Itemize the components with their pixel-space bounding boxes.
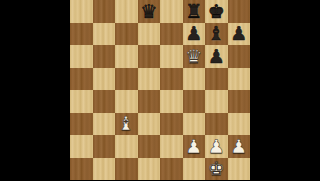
black-king[interactable]: ♚ xyxy=(208,1,225,20)
square-f7[interactable]: ♟ xyxy=(183,23,206,46)
square-e2[interactable] xyxy=(160,135,183,158)
square-g2[interactable]: ♟ xyxy=(205,135,228,158)
square-d5[interactable] xyxy=(138,68,161,91)
square-b2[interactable] xyxy=(93,135,116,158)
square-d2[interactable] xyxy=(138,135,161,158)
square-b7[interactable] xyxy=(93,23,116,46)
square-a1[interactable] xyxy=(70,158,93,181)
square-h8[interactable] xyxy=(228,0,251,23)
square-b4[interactable] xyxy=(93,90,116,113)
letterbox-left xyxy=(0,0,70,180)
square-c7[interactable] xyxy=(115,23,138,46)
black-pawn[interactable]: ♟ xyxy=(230,24,247,43)
square-h5[interactable] xyxy=(228,68,251,91)
square-c1[interactable] xyxy=(115,158,138,181)
square-d1[interactable] xyxy=(138,158,161,181)
square-e4[interactable] xyxy=(160,90,183,113)
square-a7[interactable] xyxy=(70,23,93,46)
square-g5[interactable] xyxy=(205,68,228,91)
letterbox-right xyxy=(250,0,320,180)
square-c6[interactable] xyxy=(115,45,138,68)
square-b5[interactable] xyxy=(93,68,116,91)
square-a3[interactable] xyxy=(70,113,93,136)
white-bishop[interactable]: ♝ xyxy=(118,114,135,133)
chess-board[interactable]: ♛♜♚♟♝♟♛♟♝♟♟♟♚ xyxy=(70,0,250,180)
square-f3[interactable] xyxy=(183,113,206,136)
square-c8[interactable] xyxy=(115,0,138,23)
square-e7[interactable] xyxy=(160,23,183,46)
black-rook[interactable]: ♜ xyxy=(185,1,202,20)
square-g7[interactable]: ♝ xyxy=(205,23,228,46)
square-d8[interactable]: ♛ xyxy=(138,0,161,23)
square-h7[interactable]: ♟ xyxy=(228,23,251,46)
square-d3[interactable] xyxy=(138,113,161,136)
square-g1[interactable]: ♚ xyxy=(205,158,228,181)
white-queen[interactable]: ♛ xyxy=(185,46,202,65)
square-g6[interactable]: ♟ xyxy=(205,45,228,68)
square-f2[interactable]: ♟ xyxy=(183,135,206,158)
square-e3[interactable] xyxy=(160,113,183,136)
square-g3[interactable] xyxy=(205,113,228,136)
square-e6[interactable] xyxy=(160,45,183,68)
square-f6[interactable]: ♛ xyxy=(183,45,206,68)
square-h4[interactable] xyxy=(228,90,251,113)
white-pawn[interactable]: ♟ xyxy=(230,136,247,155)
square-a8[interactable] xyxy=(70,0,93,23)
square-f5[interactable] xyxy=(183,68,206,91)
square-d4[interactable] xyxy=(138,90,161,113)
square-h6[interactable] xyxy=(228,45,251,68)
square-b3[interactable] xyxy=(93,113,116,136)
square-a4[interactable] xyxy=(70,90,93,113)
white-pawn[interactable]: ♟ xyxy=(208,136,225,155)
square-c2[interactable] xyxy=(115,135,138,158)
square-h1[interactable] xyxy=(228,158,251,181)
black-queen[interactable]: ♛ xyxy=(140,1,157,20)
square-b1[interactable] xyxy=(93,158,116,181)
video-frame: ♛♜♚♟♝♟♛♟♝♟♟♟♚ xyxy=(0,0,320,180)
black-pawn[interactable]: ♟ xyxy=(208,46,225,65)
square-b6[interactable] xyxy=(93,45,116,68)
square-d7[interactable] xyxy=(138,23,161,46)
square-a2[interactable] xyxy=(70,135,93,158)
square-h3[interactable] xyxy=(228,113,251,136)
square-d6[interactable] xyxy=(138,45,161,68)
white-king[interactable]: ♚ xyxy=(208,159,225,178)
square-c4[interactable] xyxy=(115,90,138,113)
square-g8[interactable]: ♚ xyxy=(205,0,228,23)
square-g4[interactable] xyxy=(205,90,228,113)
square-e5[interactable] xyxy=(160,68,183,91)
square-a6[interactable] xyxy=(70,45,93,68)
square-c5[interactable] xyxy=(115,68,138,91)
black-pawn[interactable]: ♟ xyxy=(185,24,202,43)
square-c3[interactable]: ♝ xyxy=(115,113,138,136)
square-f1[interactable] xyxy=(183,158,206,181)
square-f4[interactable] xyxy=(183,90,206,113)
square-a5[interactable] xyxy=(70,68,93,91)
square-e1[interactable] xyxy=(160,158,183,181)
white-pawn[interactable]: ♟ xyxy=(185,136,202,155)
black-bishop[interactable]: ♝ xyxy=(208,24,225,43)
square-f8[interactable]: ♜ xyxy=(183,0,206,23)
square-b8[interactable] xyxy=(93,0,116,23)
square-e8[interactable] xyxy=(160,0,183,23)
square-h2[interactable]: ♟ xyxy=(228,135,251,158)
